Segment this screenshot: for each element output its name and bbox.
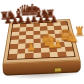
chess-box: ♜♞♝♛♚♝♞♜♟♟♟♟♟♟♟♟♟♚♟♟♛♝♟♜	[0, 0, 84, 84]
pieces-layer: ♜♞♝♛♚♝♞♜♟♟♟♟♟♟♟♟♟♚♟♟♛♝♟♜	[0, 0, 84, 84]
product-photo: ♜♞♝♛♚♝♞♜♟♟♟♟♟♟♟♟♟♚♟♟♛♝♟♜	[0, 0, 84, 84]
white-rook-h1: ♜	[74, 25, 84, 37]
white-pawn-c2: ♟	[27, 42, 36, 52]
black-pawn-h7: ♟	[50, 15, 58, 24]
